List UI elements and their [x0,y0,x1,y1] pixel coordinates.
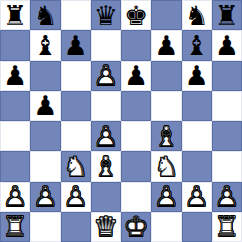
square-a6[interactable]: ♟ [0,61,30,91]
square-c5[interactable] [61,91,91,121]
square-d2[interactable] [91,182,121,212]
square-b5[interactable]: ♟ [30,91,60,121]
piece-black-pawn[interactable]: ♟ [61,30,91,60]
square-h6[interactable] [212,61,242,91]
piece-white-pawn-outline: ♙ [61,182,91,212]
square-f4[interactable]: ♝♗ [151,121,181,151]
piece-black-queen[interactable]: ♛ [91,0,121,30]
square-f5[interactable] [151,91,181,121]
square-c4[interactable] [61,121,91,151]
square-c3[interactable]: ♞♘ [61,151,91,181]
square-d3[interactable]: ♝♗ [91,151,121,181]
piece-white-bishop-outline: ♗ [91,151,121,181]
chess-board: ♜♞♛♚♞♜♝♟♟♝♟♟♟♙♟♟♟♟♙♝♗♞♘♝♗♞♘♟♙♟♙♟♙♟♙♟♙♟♙♜… [0,0,242,242]
square-d4[interactable]: ♟♙ [91,121,121,151]
square-d6[interactable]: ♟♙ [91,61,121,91]
square-b6[interactable] [30,61,60,91]
piece-white-knight-outline: ♘ [61,151,91,181]
piece-black-pawn[interactable]: ♟ [151,30,181,60]
square-a8[interactable]: ♜ [0,0,30,30]
square-e1[interactable]: ♚♔ [121,212,151,242]
square-c1[interactable] [61,212,91,242]
piece-black-rook[interactable]: ♜ [212,0,242,30]
square-f3[interactable]: ♞♘ [151,151,181,181]
square-e5[interactable] [121,91,151,121]
square-g7[interactable]: ♝ [182,30,212,60]
square-c2[interactable]: ♟♙ [61,182,91,212]
square-e3[interactable] [121,151,151,181]
square-g2[interactable]: ♟♙ [182,182,212,212]
square-h5[interactable] [212,91,242,121]
square-g4[interactable] [182,121,212,151]
piece-white-rook-outline: ♖ [212,212,242,242]
square-f8[interactable] [151,0,181,30]
piece-white-queen-outline: ♕ [91,212,121,242]
piece-white-pawn-outline: ♙ [212,182,242,212]
square-c8[interactable] [61,0,91,30]
square-e4[interactable] [121,121,151,151]
square-a3[interactable] [0,151,30,181]
piece-white-rook-outline: ♖ [0,212,30,242]
square-f6[interactable] [151,61,181,91]
piece-white-knight-outline: ♘ [151,151,181,181]
square-h7[interactable]: ♟ [212,30,242,60]
piece-black-bishop[interactable]: ♝ [182,30,212,60]
square-h1[interactable]: ♜♖ [212,212,242,242]
square-e6[interactable]: ♟ [121,61,151,91]
piece-black-pawn[interactable]: ♟ [0,61,30,91]
piece-black-rook[interactable]: ♜ [0,0,30,30]
square-b3[interactable] [30,151,60,181]
square-d1[interactable]: ♛♕ [91,212,121,242]
square-h4[interactable] [212,121,242,151]
square-a2[interactable]: ♟♙ [0,182,30,212]
square-c6[interactable] [61,61,91,91]
square-g3[interactable] [182,151,212,181]
piece-white-pawn-outline: ♙ [151,182,181,212]
square-a5[interactable] [0,91,30,121]
piece-white-pawn-outline: ♙ [30,182,60,212]
square-b4[interactable] [30,121,60,151]
piece-white-pawn-outline: ♙ [91,121,121,151]
square-b8[interactable]: ♞ [30,0,60,30]
piece-black-pawn[interactable]: ♟ [30,91,60,121]
piece-black-pawn[interactable]: ♟ [212,30,242,60]
square-c7[interactable]: ♟ [61,30,91,60]
square-a4[interactable] [0,121,30,151]
piece-white-bishop-outline: ♗ [151,121,181,151]
piece-white-pawn-outline: ♙ [91,61,121,91]
square-d7[interactable] [91,30,121,60]
piece-white-pawn-outline: ♙ [182,182,212,212]
square-b7[interactable]: ♝ [30,30,60,60]
square-h3[interactable] [212,151,242,181]
square-e2[interactable] [121,182,151,212]
piece-white-king-outline: ♔ [121,212,151,242]
square-b1[interactable] [30,212,60,242]
square-a1[interactable]: ♜♖ [0,212,30,242]
square-h8[interactable]: ♜ [212,0,242,30]
piece-white-pawn-outline: ♙ [0,182,30,212]
piece-black-pawn[interactable]: ♟ [121,61,151,91]
piece-black-pawn[interactable]: ♟ [182,61,212,91]
square-d8[interactable]: ♛ [91,0,121,30]
square-b2[interactable]: ♟♙ [30,182,60,212]
square-f7[interactable]: ♟ [151,30,181,60]
square-g8[interactable]: ♞ [182,0,212,30]
piece-black-knight[interactable]: ♞ [30,0,60,30]
square-g6[interactable]: ♟ [182,61,212,91]
piece-black-king[interactable]: ♚ [121,0,151,30]
square-h2[interactable]: ♟♙ [212,182,242,212]
square-f1[interactable] [151,212,181,242]
square-g5[interactable] [182,91,212,121]
square-e7[interactable] [121,30,151,60]
piece-black-bishop[interactable]: ♝ [30,30,60,60]
piece-black-knight[interactable]: ♞ [182,0,212,30]
square-g1[interactable] [182,212,212,242]
square-e8[interactable]: ♚ [121,0,151,30]
square-a7[interactable] [0,30,30,60]
square-f2[interactable]: ♟♙ [151,182,181,212]
square-d5[interactable] [91,91,121,121]
